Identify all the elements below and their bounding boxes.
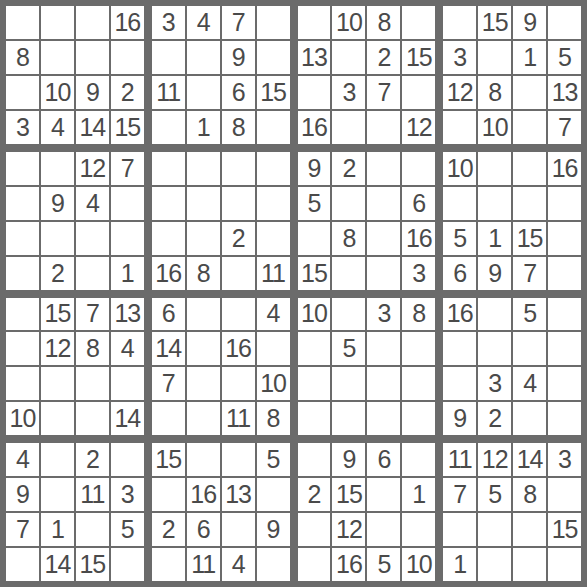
cell-r15c8[interactable]: 9 — [257, 513, 290, 546]
cell-r16c16[interactable] — [548, 548, 581, 581]
cell-r2c13[interactable]: 3 — [443, 41, 476, 74]
cell-r12c11[interactable] — [367, 402, 400, 435]
cell-r9c8[interactable]: 4 — [257, 298, 290, 331]
cell-r14c11[interactable] — [367, 478, 400, 511]
cell-r7c8[interactable] — [257, 222, 290, 255]
cell-r1c14[interactable]: 15 — [478, 6, 511, 39]
cell-r8c13[interactable]: 6 — [443, 257, 476, 290]
cell-r1c5[interactable]: 3 — [152, 6, 185, 39]
cell-r6c12[interactable]: 6 — [402, 187, 435, 220]
cell-r13c7[interactable] — [222, 443, 255, 476]
cell-r15c5[interactable]: 2 — [152, 513, 185, 546]
cell-r7c7[interactable]: 2 — [222, 222, 255, 255]
cell-r13c1[interactable]: 4 — [6, 443, 39, 476]
cell-r6c4[interactable] — [111, 187, 144, 220]
cell-r12c10[interactable] — [332, 402, 365, 435]
cell-r2c15[interactable]: 1 — [513, 41, 546, 74]
cell-r8c1[interactable] — [6, 257, 39, 290]
cell-r3c13[interactable]: 12 — [443, 76, 476, 109]
cell-r6c3[interactable]: 4 — [76, 187, 109, 220]
cell-r10c5[interactable]: 14 — [152, 332, 185, 365]
cell-r5c8[interactable] — [257, 152, 290, 185]
cell-r9c5[interactable]: 6 — [152, 298, 185, 331]
cell-r12c14[interactable]: 2 — [478, 402, 511, 435]
cell-r15c11[interactable] — [367, 513, 400, 546]
cell-r12c9[interactable] — [298, 402, 331, 435]
cell-r14c5[interactable] — [152, 478, 185, 511]
cell-r14c8[interactable] — [257, 478, 290, 511]
cell-r14c4[interactable]: 3 — [111, 478, 144, 511]
cell-r1c7[interactable]: 7 — [222, 6, 255, 39]
cell-r15c12[interactable] — [402, 513, 435, 546]
cell-r16c1[interactable] — [6, 548, 39, 581]
cell-r14c9[interactable]: 2 — [298, 478, 331, 511]
cell-r2c2[interactable] — [41, 41, 74, 74]
cell-r4c16[interactable]: 7 — [548, 111, 581, 144]
cell-r9c6[interactable] — [187, 298, 220, 331]
cell-r9c16[interactable] — [548, 298, 581, 331]
cell-r14c14[interactable]: 5 — [478, 478, 511, 511]
cell-r11c5[interactable]: 7 — [152, 367, 185, 400]
cell-r8c9[interactable]: 15 — [298, 257, 331, 290]
cell-r12c2[interactable] — [41, 402, 74, 435]
cell-r6c5[interactable] — [152, 187, 185, 220]
cell-r1c6[interactable]: 4 — [187, 6, 220, 39]
cell-r16c7[interactable]: 4 — [222, 548, 255, 581]
cell-r3c3[interactable]: 9 — [76, 76, 109, 109]
cell-r9c3[interactable]: 7 — [76, 298, 109, 331]
cell-r11c8[interactable]: 10 — [257, 367, 290, 400]
cell-r16c5[interactable] — [152, 548, 185, 581]
cell-r2c4[interactable] — [111, 41, 144, 74]
cell-r7c12[interactable]: 16 — [402, 222, 435, 255]
cell-r3c5[interactable]: 11 — [152, 76, 185, 109]
cell-r10c12[interactable] — [402, 332, 435, 365]
cell-r9c4[interactable]: 13 — [111, 298, 144, 331]
cell-r5c9[interactable]: 9 — [298, 152, 331, 185]
cell-r5c12[interactable] — [402, 152, 435, 185]
cell-r13c3[interactable]: 2 — [76, 443, 109, 476]
cell-r16c14[interactable] — [478, 548, 511, 581]
cell-r6c10[interactable] — [332, 187, 365, 220]
cell-r7c14[interactable]: 1 — [478, 222, 511, 255]
cell-r6c2[interactable]: 9 — [41, 187, 74, 220]
cell-r14c7[interactable]: 13 — [222, 478, 255, 511]
cell-r16c10[interactable]: 16 — [332, 548, 365, 581]
cell-r10c11[interactable] — [367, 332, 400, 365]
cell-r11c13[interactable] — [443, 367, 476, 400]
cell-r3c11[interactable]: 7 — [367, 76, 400, 109]
cell-r13c11[interactable]: 6 — [367, 443, 400, 476]
cell-r9c12[interactable]: 8 — [402, 298, 435, 331]
cell-r8c2[interactable]: 2 — [41, 257, 74, 290]
cell-r4c2[interactable]: 4 — [41, 111, 74, 144]
cell-r13c4[interactable] — [111, 443, 144, 476]
cell-r11c6[interactable] — [187, 367, 220, 400]
cell-r10c10[interactable]: 5 — [332, 332, 365, 365]
cell-r11c4[interactable] — [111, 367, 144, 400]
cell-r2c10[interactable] — [332, 41, 365, 74]
cell-r10c3[interactable]: 8 — [76, 332, 109, 365]
cell-r11c11[interactable] — [367, 367, 400, 400]
cell-r3c2[interactable]: 10 — [41, 76, 74, 109]
cell-r7c3[interactable] — [76, 222, 109, 255]
cell-r13c6[interactable] — [187, 443, 220, 476]
cell-r16c15[interactable] — [513, 548, 546, 581]
cell-r8c4[interactable]: 1 — [111, 257, 144, 290]
cell-r4c11[interactable] — [367, 111, 400, 144]
cell-r8c12[interactable]: 3 — [402, 257, 435, 290]
cell-r15c10[interactable]: 12 — [332, 513, 365, 546]
cell-r9c15[interactable]: 5 — [513, 298, 546, 331]
cell-r12c1[interactable]: 10 — [6, 402, 39, 435]
cell-r14c6[interactable]: 16 — [187, 478, 220, 511]
cell-r2c16[interactable]: 5 — [548, 41, 581, 74]
cell-r6c14[interactable] — [478, 187, 511, 220]
cell-r4c8[interactable] — [257, 111, 290, 144]
cell-r5c2[interactable] — [41, 152, 74, 185]
cell-r9c9[interactable]: 10 — [298, 298, 331, 331]
cell-r1c2[interactable] — [41, 6, 74, 39]
cell-r2c11[interactable]: 2 — [367, 41, 400, 74]
cell-r10c13[interactable] — [443, 332, 476, 365]
cell-r13c8[interactable]: 5 — [257, 443, 290, 476]
cell-r7c13[interactable]: 5 — [443, 222, 476, 255]
cell-r16c9[interactable] — [298, 548, 331, 581]
cell-r3c12[interactable] — [402, 76, 435, 109]
cell-r14c1[interactable]: 9 — [6, 478, 39, 511]
cell-r1c13[interactable] — [443, 6, 476, 39]
cell-r16c6[interactable]: 11 — [187, 548, 220, 581]
cell-r15c16[interactable]: 15 — [548, 513, 581, 546]
cell-r16c11[interactable]: 5 — [367, 548, 400, 581]
cell-r9c11[interactable]: 3 — [367, 298, 400, 331]
cell-r13c5[interactable]: 15 — [152, 443, 185, 476]
cell-r12c6[interactable] — [187, 402, 220, 435]
cell-r14c3[interactable]: 11 — [76, 478, 109, 511]
cell-r9c7[interactable] — [222, 298, 255, 331]
cell-r15c15[interactable] — [513, 513, 546, 546]
cell-r6c6[interactable] — [187, 187, 220, 220]
cell-r4c14[interactable]: 10 — [478, 111, 511, 144]
cell-r3c15[interactable] — [513, 76, 546, 109]
cell-r3c7[interactable]: 6 — [222, 76, 255, 109]
cell-r7c11[interactable] — [367, 222, 400, 255]
cell-r13c14[interactable]: 12 — [478, 443, 511, 476]
cell-r5c14[interactable] — [478, 152, 511, 185]
cell-r10c4[interactable]: 4 — [111, 332, 144, 365]
cell-r1c4[interactable]: 16 — [111, 6, 144, 39]
cell-r12c12[interactable] — [402, 402, 435, 435]
cell-r10c14[interactable] — [478, 332, 511, 365]
cell-r11c15[interactable]: 4 — [513, 367, 546, 400]
cell-r16c8[interactable] — [257, 548, 290, 581]
cell-r1c8[interactable] — [257, 6, 290, 39]
cell-r5c1[interactable] — [6, 152, 39, 185]
cell-r9c13[interactable]: 16 — [443, 298, 476, 331]
cell-r11c3[interactable] — [76, 367, 109, 400]
cell-r5c10[interactable]: 2 — [332, 152, 365, 185]
cell-r10c1[interactable] — [6, 332, 39, 365]
cell-r2c12[interactable]: 15 — [402, 41, 435, 74]
cell-r7c5[interactable] — [152, 222, 185, 255]
cell-r10c6[interactable] — [187, 332, 220, 365]
cell-r2c14[interactable] — [478, 41, 511, 74]
cell-r12c16[interactable] — [548, 402, 581, 435]
cell-r2c1[interactable]: 8 — [6, 41, 39, 74]
cell-r8c5[interactable]: 16 — [152, 257, 185, 290]
cell-r4c1[interactable]: 3 — [6, 111, 39, 144]
cell-r13c12[interactable] — [402, 443, 435, 476]
cell-r2c8[interactable] — [257, 41, 290, 74]
cell-r1c3[interactable] — [76, 6, 109, 39]
cell-r16c12[interactable]: 10 — [402, 548, 435, 581]
cell-r8c14[interactable]: 9 — [478, 257, 511, 290]
cell-r3c16[interactable]: 13 — [548, 76, 581, 109]
cell-r13c16[interactable]: 3 — [548, 443, 581, 476]
cell-r14c2[interactable] — [41, 478, 74, 511]
cell-r5c13[interactable]: 10 — [443, 152, 476, 185]
cell-r16c3[interactable]: 15 — [76, 548, 109, 581]
cell-r16c2[interactable]: 14 — [41, 548, 74, 581]
cell-r11c2[interactable] — [41, 367, 74, 400]
cell-r4c9[interactable]: 16 — [298, 111, 331, 144]
cell-r10c2[interactable]: 12 — [41, 332, 74, 365]
cell-r2c9[interactable]: 13 — [298, 41, 331, 74]
cell-r7c10[interactable]: 8 — [332, 222, 365, 255]
cell-r10c7[interactable]: 16 — [222, 332, 255, 365]
cell-r5c15[interactable] — [513, 152, 546, 185]
cell-r2c6[interactable] — [187, 41, 220, 74]
cell-r15c2[interactable]: 1 — [41, 513, 74, 546]
cell-r3c4[interactable]: 2 — [111, 76, 144, 109]
cell-r4c13[interactable] — [443, 111, 476, 144]
cell-r4c5[interactable] — [152, 111, 185, 144]
cell-r16c4[interactable] — [111, 548, 144, 581]
cell-r3c8[interactable]: 15 — [257, 76, 290, 109]
cell-r7c4[interactable] — [111, 222, 144, 255]
cell-r15c6[interactable]: 6 — [187, 513, 220, 546]
cell-r12c4[interactable]: 14 — [111, 402, 144, 435]
cell-r1c15[interactable]: 9 — [513, 6, 546, 39]
cell-r4c4[interactable]: 15 — [111, 111, 144, 144]
cell-r15c7[interactable] — [222, 513, 255, 546]
cell-r1c10[interactable]: 10 — [332, 6, 365, 39]
cell-r4c6[interactable]: 1 — [187, 111, 220, 144]
cell-r7c6[interactable] — [187, 222, 220, 255]
cell-r12c8[interactable]: 8 — [257, 402, 290, 435]
cell-r8c15[interactable]: 7 — [513, 257, 546, 290]
cell-r4c10[interactable] — [332, 111, 365, 144]
cell-r3c9[interactable] — [298, 76, 331, 109]
cell-r15c13[interactable] — [443, 513, 476, 546]
cell-r8c10[interactable] — [332, 257, 365, 290]
cell-r8c8[interactable]: 11 — [257, 257, 290, 290]
cell-r5c5[interactable] — [152, 152, 185, 185]
cell-r15c4[interactable]: 5 — [111, 513, 144, 546]
cell-r14c15[interactable]: 8 — [513, 478, 546, 511]
cell-r13c9[interactable] — [298, 443, 331, 476]
cell-r7c1[interactable] — [6, 222, 39, 255]
cell-r12c7[interactable]: 11 — [222, 402, 255, 435]
cell-r14c10[interactable]: 15 — [332, 478, 365, 511]
cell-r8c16[interactable] — [548, 257, 581, 290]
cell-r1c9[interactable] — [298, 6, 331, 39]
cell-r4c3[interactable]: 14 — [76, 111, 109, 144]
cell-r13c10[interactable]: 9 — [332, 443, 365, 476]
cell-r2c7[interactable]: 9 — [222, 41, 255, 74]
cell-r11c9[interactable] — [298, 367, 331, 400]
cell-r14c13[interactable]: 7 — [443, 478, 476, 511]
cell-r4c12[interactable]: 12 — [402, 111, 435, 144]
cell-r6c1[interactable] — [6, 187, 39, 220]
cell-r6c7[interactable] — [222, 187, 255, 220]
cell-r7c2[interactable] — [41, 222, 74, 255]
cell-r11c12[interactable] — [402, 367, 435, 400]
cell-r9c2[interactable]: 15 — [41, 298, 74, 331]
cell-r12c13[interactable]: 9 — [443, 402, 476, 435]
cell-r6c8[interactable] — [257, 187, 290, 220]
cell-r1c11[interactable]: 8 — [367, 6, 400, 39]
cell-r1c16[interactable] — [548, 6, 581, 39]
cell-r8c3[interactable] — [76, 257, 109, 290]
cell-r4c15[interactable] — [513, 111, 546, 144]
sudoku-board: 1634710815989132153151092116153712813341… — [0, 0, 587, 587]
cell-r11c16[interactable] — [548, 367, 581, 400]
cell-r7c9[interactable] — [298, 222, 331, 255]
cell-r5c7[interactable] — [222, 152, 255, 185]
cell-r5c4[interactable]: 7 — [111, 152, 144, 185]
cell-r10c16[interactable] — [548, 332, 581, 365]
cell-r8c11[interactable] — [367, 257, 400, 290]
cell-r15c3[interactable] — [76, 513, 109, 546]
cell-r7c16[interactable] — [548, 222, 581, 255]
cell-r9c14[interactable] — [478, 298, 511, 331]
cell-r6c16[interactable] — [548, 187, 581, 220]
cell-r15c1[interactable]: 7 — [6, 513, 39, 546]
cell-r15c9[interactable] — [298, 513, 331, 546]
cell-r14c12[interactable]: 1 — [402, 478, 435, 511]
cell-r1c12[interactable] — [402, 6, 435, 39]
cell-r5c11[interactable] — [367, 152, 400, 185]
cell-r3c1[interactable] — [6, 76, 39, 109]
cell-r2c5[interactable] — [152, 41, 185, 74]
cell-r11c1[interactable] — [6, 367, 39, 400]
cell-r11c10[interactable] — [332, 367, 365, 400]
cell-r13c13[interactable]: 11 — [443, 443, 476, 476]
cell-r6c9[interactable]: 5 — [298, 187, 331, 220]
cell-r14c16[interactable] — [548, 478, 581, 511]
cell-r9c10[interactable] — [332, 298, 365, 331]
cell-r12c3[interactable] — [76, 402, 109, 435]
cell-r8c6[interactable]: 8 — [187, 257, 220, 290]
cell-r11c7[interactable] — [222, 367, 255, 400]
cell-r2c3[interactable] — [76, 41, 109, 74]
cell-r4c7[interactable]: 8 — [222, 111, 255, 144]
cell-r10c15[interactable] — [513, 332, 546, 365]
cell-r8c7[interactable] — [222, 257, 255, 290]
cell-r13c2[interactable] — [41, 443, 74, 476]
cell-r6c11[interactable] — [367, 187, 400, 220]
cell-r10c8[interactable] — [257, 332, 290, 365]
cell-r7c15[interactable]: 15 — [513, 222, 546, 255]
cell-r5c3[interactable]: 12 — [76, 152, 109, 185]
cell-r15c14[interactable] — [478, 513, 511, 546]
cell-r1c1[interactable] — [6, 6, 39, 39]
cell-r6c13[interactable] — [443, 187, 476, 220]
cell-r5c6[interactable] — [187, 152, 220, 185]
cell-r13c15[interactable]: 14 — [513, 443, 546, 476]
cell-r3c14[interactable]: 8 — [478, 76, 511, 109]
cell-r11c14[interactable]: 3 — [478, 367, 511, 400]
cell-r9c1[interactable] — [6, 298, 39, 331]
cell-r10c9[interactable] — [298, 332, 331, 365]
cell-r12c15[interactable] — [513, 402, 546, 435]
cell-r6c15[interactable] — [513, 187, 546, 220]
cell-r12c5[interactable] — [152, 402, 185, 435]
cell-r16c13[interactable]: 1 — [443, 548, 476, 581]
cell-r5c16[interactable]: 16 — [548, 152, 581, 185]
cell-r3c6[interactable] — [187, 76, 220, 109]
cell-r3c10[interactable]: 3 — [332, 76, 365, 109]
